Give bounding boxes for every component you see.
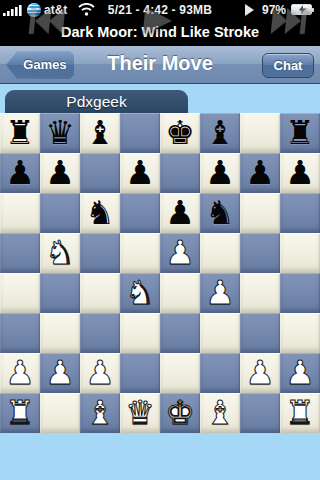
piece-bp-h7[interactable]: ♟ — [285, 153, 315, 193]
piece-wb-f1[interactable]: ♝ — [205, 393, 235, 433]
square-c8[interactable]: ♝ — [80, 113, 120, 153]
square-g3[interactable] — [240, 313, 280, 353]
piece-wp-b2[interactable]: ♟ — [45, 353, 75, 393]
wifi-icon — [78, 3, 95, 16]
piece-wn-b5[interactable]: ♞ — [45, 233, 75, 273]
square-d3[interactable] — [120, 313, 160, 353]
piece-wp-a2[interactable]: ♟ — [5, 353, 35, 393]
square-a5[interactable] — [0, 233, 40, 273]
square-f4[interactable]: ♟ — [200, 273, 240, 313]
square-e1[interactable]: ♚ — [160, 393, 200, 433]
square-g5[interactable] — [240, 233, 280, 273]
chess-board: ♜♛♝♚♝♜♟♟♟♟♟♟♞♟♞♞♟♞♟♟♟♟♟♟♜♝♛♚♝♜ — [0, 113, 320, 433]
square-b4[interactable] — [40, 273, 80, 313]
square-c6[interactable]: ♞ — [80, 193, 120, 233]
square-a7[interactable]: ♟ — [0, 153, 40, 193]
square-d8[interactable] — [120, 113, 160, 153]
phone-screen: at&t 5/21 - 4:42 - 93MB 97% Dark Moor: W… — [0, 0, 320, 480]
piece-wp-g2[interactable]: ♟ — [245, 353, 275, 393]
square-e6[interactable]: ♟ — [160, 193, 200, 233]
square-h5[interactable] — [280, 233, 320, 273]
square-d6[interactable] — [120, 193, 160, 233]
game-content: Pdxgeek ♜♛♝♚♝♜♟♟♟♟♟♟♞♟♞♞♟♞♟♟♟♟♟♟♜♝♛♚♝♜ ♟… — [0, 84, 320, 480]
piece-bp-f7[interactable]: ♟ — [205, 153, 235, 193]
square-g8[interactable] — [240, 113, 280, 153]
piece-wb-c1[interactable]: ♝ — [85, 393, 115, 433]
piece-wp-f4[interactable]: ♟ — [205, 273, 235, 313]
square-b3[interactable] — [40, 313, 80, 353]
opponent-name-tab[interactable]: Pdxgeek — [5, 90, 188, 113]
piece-br-a8[interactable]: ♜ — [5, 113, 35, 153]
square-f5[interactable] — [200, 233, 240, 273]
square-b1[interactable] — [40, 393, 80, 433]
square-d4[interactable]: ♞ — [120, 273, 160, 313]
square-a6[interactable] — [0, 193, 40, 233]
square-h1[interactable]: ♜ — [280, 393, 320, 433]
square-b8[interactable]: ♛ — [40, 113, 80, 153]
square-a8[interactable]: ♜ — [0, 113, 40, 153]
square-a1[interactable]: ♜ — [0, 393, 40, 433]
square-c3[interactable] — [80, 313, 120, 353]
square-c1[interactable]: ♝ — [80, 393, 120, 433]
piece-bp-e6[interactable]: ♟ — [165, 193, 195, 233]
piece-wp-e5[interactable]: ♟ — [165, 233, 195, 273]
piece-wq-d1[interactable]: ♛ — [125, 393, 155, 433]
square-b7[interactable]: ♟ — [40, 153, 80, 193]
piece-bp-g7[interactable]: ♟ — [245, 153, 275, 193]
square-e5[interactable]: ♟ — [160, 233, 200, 273]
piece-bb-c8[interactable]: ♝ — [85, 113, 115, 153]
square-h7[interactable]: ♟ — [280, 153, 320, 193]
signal-bars-icon — [3, 5, 23, 16]
square-b6[interactable] — [40, 193, 80, 233]
square-h4[interactable] — [280, 273, 320, 313]
square-c5[interactable] — [80, 233, 120, 273]
square-f8[interactable]: ♝ — [200, 113, 240, 153]
square-f2[interactable] — [200, 353, 240, 393]
next-track-ghost-icon — [270, 6, 307, 36]
square-e3[interactable] — [160, 313, 200, 353]
square-c2[interactable]: ♟ — [80, 353, 120, 393]
piece-bp-a7[interactable]: ♟ — [5, 153, 35, 193]
piece-wr-h1[interactable]: ♜ — [285, 393, 315, 433]
square-a4[interactable] — [0, 273, 40, 313]
square-d2[interactable] — [120, 353, 160, 393]
previous-track-ghost-icon — [28, 6, 65, 36]
square-g7[interactable]: ♟ — [240, 153, 280, 193]
square-f3[interactable] — [200, 313, 240, 353]
square-g6[interactable] — [240, 193, 280, 233]
piece-bb-f8[interactable]: ♝ — [205, 113, 235, 153]
play-ghost-icon — [140, 6, 173, 36]
square-g1[interactable] — [240, 393, 280, 433]
square-f6[interactable]: ♞ — [200, 193, 240, 233]
square-g4[interactable] — [240, 273, 280, 313]
piece-bq-b8[interactable]: ♛ — [45, 113, 75, 153]
square-d1[interactable]: ♛ — [120, 393, 160, 433]
square-d7[interactable]: ♟ — [120, 153, 160, 193]
square-h3[interactable] — [280, 313, 320, 353]
square-b5[interactable]: ♞ — [40, 233, 80, 273]
square-a3[interactable] — [0, 313, 40, 353]
piece-br-h8[interactable]: ♜ — [285, 113, 315, 153]
piece-wk-e1[interactable]: ♚ — [165, 393, 195, 433]
piece-bp-d7[interactable]: ♟ — [125, 153, 155, 193]
chat-button[interactable]: Chat — [262, 53, 314, 78]
square-e4[interactable] — [160, 273, 200, 313]
play-indicator-icon — [245, 4, 254, 16]
piece-bn-c6[interactable]: ♞ — [85, 193, 115, 233]
square-a2[interactable]: ♟ — [0, 353, 40, 393]
piece-wn-d4[interactable]: ♞ — [125, 273, 155, 313]
square-e7[interactable] — [160, 153, 200, 193]
square-h8[interactable]: ♜ — [280, 113, 320, 153]
square-g2[interactable]: ♟ — [240, 353, 280, 393]
navigation-bar: Their Move Games Chat — [0, 46, 320, 84]
square-b2[interactable]: ♟ — [40, 353, 80, 393]
square-h6[interactable] — [280, 193, 320, 233]
piece-wr-a1[interactable]: ♜ — [5, 393, 35, 433]
piece-bn-f6[interactable]: ♞ — [205, 193, 235, 233]
piece-bk-e8[interactable]: ♚ — [165, 113, 195, 153]
piece-wp-h2[interactable]: ♟ — [285, 353, 315, 393]
square-c4[interactable] — [80, 273, 120, 313]
piece-bp-b7[interactable]: ♟ — [45, 153, 75, 193]
square-f7[interactable]: ♟ — [200, 153, 240, 193]
games-back-button[interactable]: Games — [6, 51, 74, 79]
square-e8[interactable]: ♚ — [160, 113, 200, 153]
square-d5[interactable] — [120, 233, 160, 273]
square-h2[interactable]: ♟ — [280, 353, 320, 393]
square-c7[interactable] — [80, 153, 120, 193]
piece-wp-c2[interactable]: ♟ — [85, 353, 115, 393]
square-f1[interactable]: ♝ — [200, 393, 240, 433]
square-e2[interactable] — [160, 353, 200, 393]
